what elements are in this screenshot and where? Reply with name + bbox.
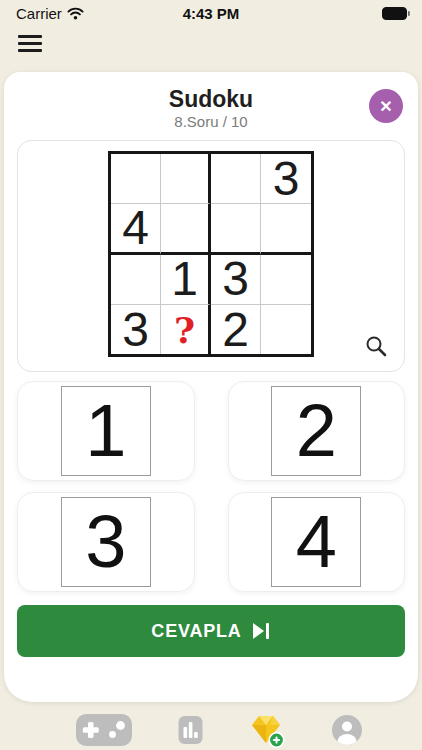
- tab-profile[interactable]: [331, 714, 363, 746]
- option-value: 4: [271, 497, 361, 587]
- grid-cell: 2: [211, 305, 261, 355]
- option-card-3[interactable]: 3: [17, 492, 195, 592]
- option-value: 1: [61, 386, 151, 476]
- tab-rewards[interactable]: [249, 712, 286, 748]
- status-bar: Carrier 4:43 PM: [0, 0, 422, 26]
- question-progress: 8.Soru / 10: [17, 113, 405, 130]
- option-value: 2: [271, 386, 361, 476]
- grid-cell: [261, 255, 311, 305]
- grid-cell: [111, 255, 161, 305]
- grid-cell: 4: [111, 204, 161, 255]
- page-title: Sudoku: [17, 86, 405, 112]
- answer-options: 1 2 3 4: [17, 381, 405, 592]
- question-cell: ?: [161, 305, 211, 355]
- option-card-1[interactable]: 1: [17, 381, 195, 481]
- grid-cell: [161, 204, 211, 255]
- phone-screen: { "status_bar": { "carrier": "Carrier", …: [0, 0, 422, 750]
- close-button[interactable]: ✕: [369, 89, 403, 123]
- grid-cell: 3: [111, 305, 161, 355]
- grid-cell: [211, 154, 261, 204]
- grid-cell: 3: [211, 255, 261, 305]
- answer-button-label: CEVAPLA: [151, 621, 241, 642]
- option-value: 3: [61, 497, 151, 587]
- gamepad-icon: [75, 711, 133, 749]
- skip-next-icon: [252, 623, 271, 639]
- board-card: 34133?2: [17, 140, 405, 372]
- tab-games[interactable]: [75, 711, 133, 749]
- tab-bar: [0, 700, 422, 750]
- hamburger-icon[interactable]: [18, 35, 42, 52]
- bar-chart-icon: [178, 715, 203, 745]
- grid-cell: [261, 204, 311, 255]
- grid-cell: 3: [261, 154, 311, 204]
- battery-icon: [382, 7, 410, 20]
- close-icon: ✕: [379, 97, 392, 116]
- grid-cell: [211, 204, 261, 255]
- gem-plus-icon: [249, 712, 286, 748]
- magnifier-icon[interactable]: [364, 334, 388, 358]
- clock: 4:43 PM: [0, 5, 422, 22]
- tab-stats[interactable]: [178, 715, 203, 745]
- grid-cell: [111, 154, 161, 204]
- option-card-4[interactable]: 4: [228, 492, 406, 592]
- quiz-header: Sudoku 8.Soru / 10 ✕: [17, 72, 405, 130]
- sudoku-board: 34133?2: [108, 151, 314, 357]
- profile-icon: [331, 714, 363, 746]
- grid-cell: [161, 154, 211, 204]
- grid-cell: 1: [161, 255, 211, 305]
- option-card-2[interactable]: 2: [228, 381, 406, 481]
- grid-cell: [261, 305, 311, 355]
- answer-button[interactable]: CEVAPLA: [17, 605, 405, 657]
- top-nav: [0, 26, 422, 54]
- quiz-card: Sudoku 8.Soru / 10 ✕ 34133?2 1 2 3 4 CEV…: [4, 72, 418, 702]
